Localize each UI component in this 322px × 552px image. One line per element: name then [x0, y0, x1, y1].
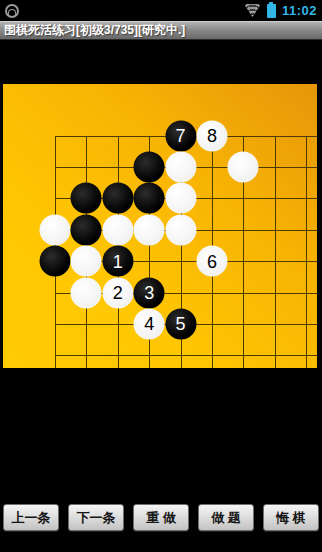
- move-number-label: 8: [207, 127, 217, 145]
- stone-white-move-2: 2: [102, 277, 133, 308]
- move-number-label: 2: [113, 284, 123, 302]
- stone-white: [165, 183, 196, 214]
- stone-white-move-4: 4: [134, 308, 165, 339]
- alarm-icon: [5, 4, 19, 18]
- app-screen: 11:02 围棋死活练习[初级3/735][研究中.] 78162345 上一条…: [0, 0, 322, 552]
- move-number-label: 7: [176, 127, 186, 145]
- stone-white: [102, 214, 133, 245]
- grid-line-horizontal: [55, 355, 317, 356]
- stone-white: [40, 214, 71, 245]
- wifi-icon: [244, 4, 261, 17]
- status-clock: 11:02: [282, 3, 317, 18]
- status-bar: 11:02: [0, 0, 322, 21]
- move-number-label: 5: [176, 315, 186, 333]
- stone-white: [228, 151, 259, 182]
- move-number-label: 6: [207, 252, 217, 270]
- stone-black-move-7: 7: [165, 120, 196, 151]
- grid-line-vertical: [275, 136, 276, 369]
- do-problem-button[interactable]: 做 题: [198, 504, 254, 531]
- stone-white: [71, 246, 102, 277]
- move-number-label: 1: [113, 252, 123, 270]
- battery-icon: [267, 4, 276, 18]
- stone-black-move-5: 5: [165, 308, 196, 339]
- redo-button[interactable]: 重 做: [133, 504, 189, 531]
- stone-white: [165, 214, 196, 245]
- stone-white-move-8: 8: [197, 120, 228, 151]
- move-number-label: 4: [144, 315, 154, 333]
- stone-black: [134, 183, 165, 214]
- stone-black: [71, 214, 102, 245]
- undo-move-button[interactable]: 悔 棋: [263, 504, 319, 531]
- button-bar: 上一条 下一条 重 做 做 题 悔 棋: [0, 503, 322, 532]
- stone-white-move-6: 6: [197, 246, 228, 277]
- stone-black-move-3: 3: [134, 277, 165, 308]
- stone-white: [165, 151, 196, 182]
- grid-line-vertical: [306, 136, 307, 369]
- stone-black: [40, 246, 71, 277]
- app-title: 围棋死活练习[初级3/735][研究中.]: [4, 23, 185, 37]
- stone-black: [71, 183, 102, 214]
- stone-black: [102, 183, 133, 214]
- stone-black: [134, 151, 165, 182]
- move-number-label: 3: [144, 284, 154, 302]
- stone-white: [134, 214, 165, 245]
- next-problem-button[interactable]: 下一条: [68, 504, 124, 531]
- go-board[interactable]: 78162345: [3, 84, 317, 368]
- title-bar: 围棋死活练习[初级3/735][研究中.]: [0, 21, 322, 40]
- stone-white: [71, 277, 102, 308]
- prev-problem-button[interactable]: 上一条: [3, 504, 59, 531]
- stone-black-move-1: 1: [102, 246, 133, 277]
